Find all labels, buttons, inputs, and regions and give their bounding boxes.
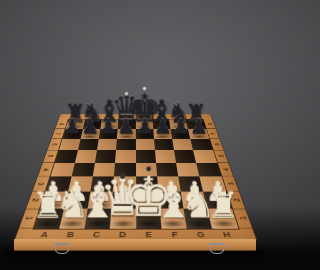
square-g6 [172,138,193,149]
rank-label-left-7: 7 [48,130,68,136]
finial-dot [145,166,150,171]
square-c5 [95,150,116,162]
file-label-d: D [108,228,135,240]
rank-label-left-6: 6 [44,141,65,147]
file-label-b: B [55,228,83,240]
finial-dot [142,86,145,89]
rank-label-left-5: 5 [39,152,61,159]
board-front-edge [14,239,256,251]
rank-label-right-6: 6 [205,141,226,147]
square-b5 [74,150,96,162]
file-label-h: H [212,228,241,240]
rank-label-left-8: 8 [52,121,71,126]
square-f5 [154,150,175,162]
file-label-e: E [135,228,162,240]
square-g5 [174,150,196,162]
square-c6 [96,138,116,149]
file-label-c: C [82,228,109,240]
square-f6 [153,138,173,149]
chess-board: ABCDEFGH 87654321 87654321 ♜♞♝♛♚♝♞♜♟♟♟♟♟… [14,114,256,240]
square-d5 [115,150,135,162]
rank-label-right-8: 8 [199,121,218,126]
square-g4 [176,162,200,176]
square-e6 [135,138,154,149]
square-e5 [135,150,155,162]
rank-label-right-7: 7 [202,130,222,136]
rank-label-right-5: 5 [209,152,231,159]
square-d6 [116,138,135,149]
file-label-a: A [29,228,58,240]
file-label-f: F [161,228,188,240]
white-bishop-c1: ♝ [70,177,125,224]
square-b6 [77,138,98,149]
file-label-g: G [186,228,214,240]
square-b4 [71,162,95,176]
file-labels: ABCDEFGH [29,228,241,240]
white-bishop-f1: ♝ [145,177,200,224]
photo-scene: ABCDEFGH 87654321 87654321 ♜♞♝♛♚♝♞♜♟♟♟♟♟… [0,0,270,270]
